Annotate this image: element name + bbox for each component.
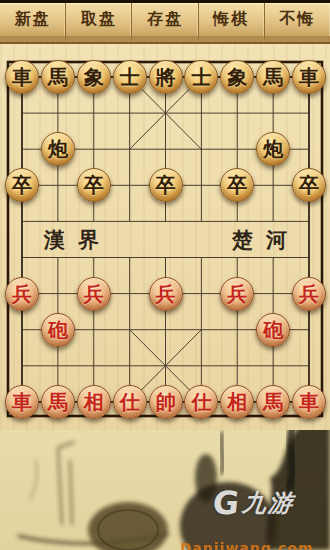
piece-black-soldier[interactable]: 卒	[149, 168, 183, 202]
reed-strokes	[30, 460, 37, 500]
ink-tree-mass	[266, 430, 330, 550]
ink-rock	[180, 482, 276, 550]
boat-masts	[58, 442, 74, 525]
undo-move-button[interactable]: 悔棋	[199, 3, 265, 42]
piece-black-elephant[interactable]: 象	[77, 60, 111, 94]
new-game-button[interactable]: 新盘	[0, 3, 66, 42]
piece-black-general[interactable]: 將	[149, 60, 183, 94]
piece-black-horse[interactable]: 馬	[41, 60, 75, 94]
piece-black-cannon[interactable]: 炮	[41, 132, 75, 166]
piece-red-cannon[interactable]: 砲	[256, 313, 290, 347]
piece-black-advisor[interactable]: 士	[113, 60, 147, 94]
piece-red-advisor[interactable]: 仕	[113, 385, 147, 419]
piece-red-chariot[interactable]: 車	[292, 385, 326, 419]
cancel-undo-button[interactable]: 不悔	[265, 3, 330, 42]
piece-red-soldier[interactable]: 兵	[220, 277, 254, 311]
ink-rock-small	[195, 454, 217, 502]
ink-painting-art	[0, 430, 330, 550]
piece-red-soldier[interactable]: 兵	[77, 277, 111, 311]
piece-red-soldier[interactable]: 兵	[149, 277, 183, 311]
ink-painting-background	[0, 430, 330, 550]
piece-red-chariot[interactable]: 車	[5, 385, 39, 419]
save-game-button[interactable]: 存盘	[132, 3, 198, 42]
app-screen: 新盘 取盘 存盘 悔棋 不悔 漢界 楚河 車馬象士將士象馬車炮炮卒卒卒卒卒兵兵兵…	[0, 0, 330, 550]
piece-red-general[interactable]: 帥	[149, 385, 183, 419]
board-grid	[0, 44, 330, 430]
toolbar: 新盘 取盘 存盘 悔棋 不悔	[0, 0, 330, 44]
piece-black-chariot[interactable]: 車	[5, 60, 39, 94]
piece-black-elephant[interactable]: 象	[220, 60, 254, 94]
piece-red-elephant[interactable]: 相	[77, 385, 111, 419]
piece-red-horse[interactable]: 馬	[41, 385, 75, 419]
piece-black-soldier[interactable]: 卒	[77, 168, 111, 202]
piece-black-horse[interactable]: 馬	[256, 60, 290, 94]
ink-drip	[221, 432, 223, 474]
xiangqi-board[interactable]: 漢界 楚河 車馬象士將士象馬車炮炮卒卒卒卒卒兵兵兵兵兵砲砲車馬相仕帥仕相馬車	[0, 44, 330, 430]
piece-black-chariot[interactable]: 車	[292, 60, 326, 94]
ink-branch	[288, 430, 293, 490]
piece-red-elephant[interactable]: 相	[220, 385, 254, 419]
piece-red-soldier[interactable]: 兵	[292, 277, 326, 311]
piece-red-horse[interactable]: 馬	[256, 385, 290, 419]
piece-red-soldier[interactable]: 兵	[5, 277, 39, 311]
load-game-button[interactable]: 取盘	[66, 3, 132, 42]
piece-red-cannon[interactable]: 砲	[41, 313, 75, 347]
